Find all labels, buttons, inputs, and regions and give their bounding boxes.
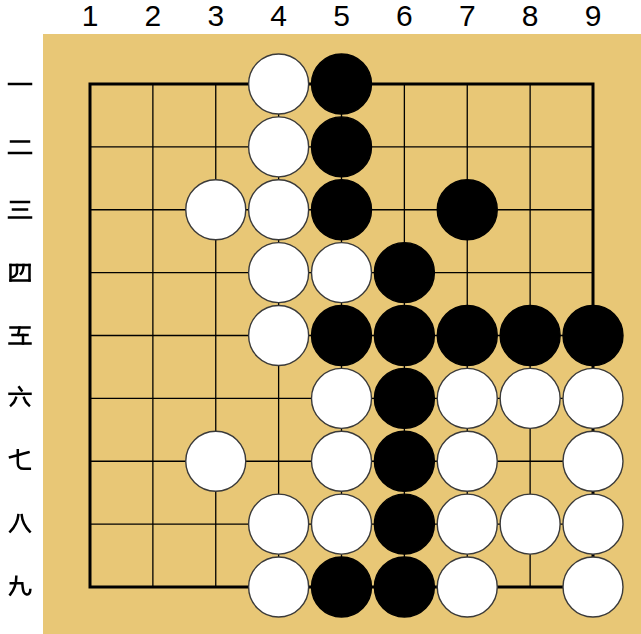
empty-intersection[interactable] [125, 496, 181, 552]
stone-white[interactable] [249, 243, 309, 303]
empty-intersection[interactable] [502, 119, 558, 175]
stone-white[interactable] [249, 117, 309, 177]
empty-intersection[interactable] [502, 182, 558, 238]
empty-intersection[interactable] [125, 119, 181, 175]
empty-intersection[interactable] [565, 182, 621, 238]
stone-black[interactable] [312, 180, 372, 240]
empty-intersection[interactable] [502, 559, 558, 615]
empty-intersection[interactable] [565, 245, 621, 301]
go-board-screen: 123456789 [0, 0, 641, 634]
stone-black[interactable] [312, 557, 372, 617]
kanji-1-icon [7, 71, 33, 97]
row-label-4 [7, 260, 33, 286]
stone-white[interactable] [186, 431, 246, 491]
stone-white[interactable] [249, 180, 309, 240]
empty-intersection[interactable] [125, 433, 181, 489]
kanji-4-icon [7, 260, 33, 286]
row-label-1 [7, 71, 33, 97]
stone-black[interactable] [374, 306, 434, 366]
stone-black[interactable] [312, 117, 372, 177]
row-label-6 [7, 385, 33, 411]
empty-intersection[interactable] [62, 433, 118, 489]
empty-intersection[interactable] [188, 370, 244, 426]
stone-white[interactable] [312, 431, 372, 491]
stone-white[interactable] [563, 494, 623, 554]
column-label-6: 6 [384, 0, 424, 32]
empty-intersection[interactable] [62, 308, 118, 364]
empty-intersection[interactable] [251, 433, 307, 489]
stone-white[interactable] [563, 431, 623, 491]
empty-intersection[interactable] [125, 308, 181, 364]
empty-intersection[interactable] [62, 496, 118, 552]
stone-black[interactable] [312, 54, 372, 114]
stone-white[interactable] [312, 368, 372, 428]
stone-black[interactable] [374, 431, 434, 491]
column-label-2: 2 [133, 0, 173, 32]
stone-white[interactable] [437, 431, 497, 491]
stone-black[interactable] [374, 557, 434, 617]
stone-white[interactable] [500, 368, 560, 428]
empty-intersection[interactable] [62, 182, 118, 238]
kanji-7-icon [7, 448, 33, 474]
stone-white[interactable] [563, 557, 623, 617]
row-label-7 [7, 448, 33, 474]
empty-intersection[interactable] [439, 245, 495, 301]
empty-intersection[interactable] [376, 56, 432, 112]
stone-white[interactable] [563, 368, 623, 428]
empty-intersection[interactable] [502, 433, 558, 489]
empty-intersection[interactable] [565, 56, 621, 112]
stone-black[interactable] [437, 306, 497, 366]
stone-white[interactable] [437, 368, 497, 428]
empty-intersection[interactable] [188, 496, 244, 552]
stone-white[interactable] [500, 494, 560, 554]
empty-intersection[interactable] [125, 559, 181, 615]
stone-white[interactable] [249, 557, 309, 617]
stone-white[interactable] [249, 306, 309, 366]
empty-intersection[interactable] [125, 182, 181, 238]
empty-intersection[interactable] [376, 119, 432, 175]
stone-black[interactable] [563, 306, 623, 366]
column-label-8: 8 [510, 0, 550, 32]
column-labels: 123456789 [0, 0, 641, 34]
row-label-9 [7, 574, 33, 600]
empty-intersection[interactable] [62, 370, 118, 426]
column-label-5: 5 [322, 0, 362, 32]
kanji-2-icon [7, 134, 33, 160]
stone-black[interactable] [500, 306, 560, 366]
empty-intersection[interactable] [376, 182, 432, 238]
empty-intersection[interactable] [188, 119, 244, 175]
empty-intersection[interactable] [251, 370, 307, 426]
stone-black[interactable] [437, 180, 497, 240]
stone-white[interactable] [249, 494, 309, 554]
column-label-4: 4 [259, 0, 299, 32]
stone-white[interactable] [437, 557, 497, 617]
empty-intersection[interactable] [439, 119, 495, 175]
stone-white[interactable] [312, 243, 372, 303]
empty-intersection[interactable] [62, 245, 118, 301]
empty-intersection[interactable] [502, 245, 558, 301]
column-label-1: 1 [70, 0, 110, 32]
row-label-3 [7, 197, 33, 223]
kanji-9-icon [7, 574, 33, 600]
kanji-3-icon [7, 197, 33, 223]
empty-intersection[interactable] [188, 56, 244, 112]
empty-intersection[interactable] [125, 370, 181, 426]
row-labels [0, 0, 43, 634]
stone-white[interactable] [312, 494, 372, 554]
empty-intersection[interactable] [502, 56, 558, 112]
stone-black[interactable] [374, 243, 434, 303]
column-label-3: 3 [196, 0, 236, 32]
empty-intersection[interactable] [62, 56, 118, 112]
empty-intersection[interactable] [188, 559, 244, 615]
go-board[interactable] [43, 34, 641, 634]
stone-white[interactable] [249, 54, 309, 114]
stone-black[interactable] [374, 368, 434, 428]
empty-intersection[interactable] [565, 119, 621, 175]
stone-white[interactable] [186, 180, 246, 240]
empty-intersection[interactable] [125, 56, 181, 112]
empty-intersection[interactable] [439, 56, 495, 112]
empty-intersection[interactable] [188, 245, 244, 301]
row-label-2 [7, 134, 33, 160]
empty-intersection[interactable] [62, 559, 118, 615]
kanji-6-icon [7, 385, 33, 411]
column-label-7: 7 [447, 0, 487, 32]
row-label-8 [7, 511, 33, 537]
stone-white[interactable] [437, 494, 497, 554]
kanji-8-icon [7, 511, 33, 537]
empty-intersection[interactable] [125, 245, 181, 301]
row-label-5 [7, 323, 33, 349]
empty-intersection[interactable] [188, 308, 244, 364]
kanji-5-icon [7, 323, 33, 349]
stone-black[interactable] [374, 494, 434, 554]
column-label-9: 9 [573, 0, 613, 32]
board-grid[interactable] [43, 34, 641, 634]
empty-intersection[interactable] [62, 119, 118, 175]
stone-black[interactable] [312, 306, 372, 366]
